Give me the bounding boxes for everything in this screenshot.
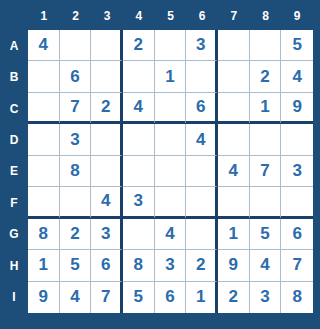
row-label-D: D bbox=[0, 124, 28, 155]
cell-G9[interactable]: 6 bbox=[281, 219, 313, 250]
cell-C9[interactable]: 9 bbox=[281, 93, 313, 124]
cell-I1[interactable]: 9 bbox=[28, 282, 60, 313]
cell-F1[interactable] bbox=[28, 187, 60, 218]
column-label-6: 6 bbox=[186, 0, 218, 30]
cell-F3[interactable]: 4 bbox=[91, 187, 123, 218]
cell-G6[interactable] bbox=[186, 219, 218, 250]
column-label-9: 9 bbox=[281, 0, 313, 30]
cell-B6[interactable] bbox=[186, 61, 218, 92]
cell-I5[interactable]: 6 bbox=[155, 282, 187, 313]
cell-C2[interactable]: 7 bbox=[60, 93, 92, 124]
column-label-3: 3 bbox=[91, 0, 123, 30]
cell-D8[interactable] bbox=[250, 124, 282, 155]
cell-E7[interactable]: 4 bbox=[218, 156, 250, 187]
cell-I3[interactable]: 7 bbox=[91, 282, 123, 313]
cell-A8[interactable] bbox=[250, 30, 282, 61]
cell-I7[interactable]: 2 bbox=[218, 282, 250, 313]
cell-F5[interactable] bbox=[155, 187, 187, 218]
row-label-A: A bbox=[0, 30, 28, 61]
cell-H6[interactable]: 2 bbox=[186, 250, 218, 281]
sudoku-board: 4235612472461934847343823415615683294794… bbox=[28, 30, 313, 313]
cell-E4[interactable] bbox=[123, 156, 155, 187]
row-label-G: G bbox=[0, 219, 28, 250]
cell-C7[interactable] bbox=[218, 93, 250, 124]
cell-B7[interactable] bbox=[218, 61, 250, 92]
column-label-4: 4 bbox=[123, 0, 155, 30]
cell-G5[interactable]: 4 bbox=[155, 219, 187, 250]
cell-F6[interactable] bbox=[186, 187, 218, 218]
cell-B3[interactable] bbox=[91, 61, 123, 92]
cell-E9[interactable]: 3 bbox=[281, 156, 313, 187]
cell-F2[interactable] bbox=[60, 187, 92, 218]
cell-H8[interactable]: 4 bbox=[250, 250, 282, 281]
cell-A9[interactable]: 5 bbox=[281, 30, 313, 61]
cell-H1[interactable]: 1 bbox=[28, 250, 60, 281]
cell-C8[interactable]: 1 bbox=[250, 93, 282, 124]
cell-A1[interactable]: 4 bbox=[28, 30, 60, 61]
cell-A3[interactable] bbox=[91, 30, 123, 61]
cell-D3[interactable] bbox=[91, 124, 123, 155]
column-label-8: 8 bbox=[250, 0, 282, 30]
cell-E5[interactable] bbox=[155, 156, 187, 187]
cell-G1[interactable]: 8 bbox=[28, 219, 60, 250]
row-label-C: C bbox=[0, 93, 28, 124]
column-label-1: 1 bbox=[28, 0, 60, 30]
cell-E8[interactable]: 7 bbox=[250, 156, 282, 187]
cell-B4[interactable] bbox=[123, 61, 155, 92]
cell-D5[interactable] bbox=[155, 124, 187, 155]
cell-D1[interactable] bbox=[28, 124, 60, 155]
row-label-I: I bbox=[0, 282, 28, 313]
cell-I8[interactable]: 3 bbox=[250, 282, 282, 313]
cell-A5[interactable] bbox=[155, 30, 187, 61]
cell-H5[interactable]: 3 bbox=[155, 250, 187, 281]
cell-H9[interactable]: 7 bbox=[281, 250, 313, 281]
cell-B2[interactable]: 6 bbox=[60, 61, 92, 92]
column-label-7: 7 bbox=[218, 0, 250, 30]
cell-B1[interactable] bbox=[28, 61, 60, 92]
cell-C6[interactable]: 6 bbox=[186, 93, 218, 124]
cell-A7[interactable] bbox=[218, 30, 250, 61]
cell-G8[interactable]: 5 bbox=[250, 219, 282, 250]
row-label-B: B bbox=[0, 61, 28, 92]
column-labels: 123456789 bbox=[28, 0, 313, 30]
cell-G2[interactable]: 2 bbox=[60, 219, 92, 250]
corner-spacer bbox=[0, 0, 28, 30]
cell-G4[interactable] bbox=[123, 219, 155, 250]
cell-D2[interactable]: 3 bbox=[60, 124, 92, 155]
cell-H4[interactable]: 8 bbox=[123, 250, 155, 281]
cell-D9[interactable] bbox=[281, 124, 313, 155]
cell-A2[interactable] bbox=[60, 30, 92, 61]
cell-D4[interactable] bbox=[123, 124, 155, 155]
cell-I9[interactable]: 8 bbox=[281, 282, 313, 313]
row-label-F: F bbox=[0, 187, 28, 218]
row-labels: ABCDEFGHI bbox=[0, 30, 28, 313]
cell-C1[interactable] bbox=[28, 93, 60, 124]
cell-B8[interactable]: 2 bbox=[250, 61, 282, 92]
row-label-H: H bbox=[0, 250, 28, 281]
cell-D7[interactable] bbox=[218, 124, 250, 155]
cell-H3[interactable]: 6 bbox=[91, 250, 123, 281]
cell-C3[interactable]: 2 bbox=[91, 93, 123, 124]
cell-D6[interactable]: 4 bbox=[186, 124, 218, 155]
cell-G7[interactable]: 1 bbox=[218, 219, 250, 250]
cell-F9[interactable] bbox=[281, 187, 313, 218]
cell-F8[interactable] bbox=[250, 187, 282, 218]
cell-E1[interactable] bbox=[28, 156, 60, 187]
column-label-5: 5 bbox=[155, 0, 187, 30]
cell-C4[interactable]: 4 bbox=[123, 93, 155, 124]
cell-A4[interactable]: 2 bbox=[123, 30, 155, 61]
cell-F7[interactable] bbox=[218, 187, 250, 218]
cell-E2[interactable]: 8 bbox=[60, 156, 92, 187]
column-label-2: 2 bbox=[60, 0, 92, 30]
cell-I6[interactable]: 1 bbox=[186, 282, 218, 313]
cell-H7[interactable]: 9 bbox=[218, 250, 250, 281]
cell-H2[interactable]: 5 bbox=[60, 250, 92, 281]
cell-E6[interactable] bbox=[186, 156, 218, 187]
sudoku-app: 123456789 ABCDEFGHI 42356124724619348473… bbox=[0, 0, 320, 329]
cell-E3[interactable] bbox=[91, 156, 123, 187]
cell-G3[interactable]: 3 bbox=[91, 219, 123, 250]
cell-B5[interactable]: 1 bbox=[155, 61, 187, 92]
cell-I2[interactable]: 4 bbox=[60, 282, 92, 313]
cell-F4[interactable]: 3 bbox=[123, 187, 155, 218]
cell-B9[interactable]: 4 bbox=[281, 61, 313, 92]
cell-A6[interactable]: 3 bbox=[186, 30, 218, 61]
row-label-E: E bbox=[0, 156, 28, 187]
cell-I4[interactable]: 5 bbox=[123, 282, 155, 313]
cell-C5[interactable] bbox=[155, 93, 187, 124]
